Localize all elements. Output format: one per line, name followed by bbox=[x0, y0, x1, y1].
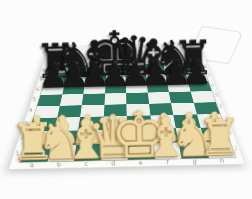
square-e4 bbox=[126, 104, 150, 117]
square-f5 bbox=[147, 92, 170, 104]
square-e7 bbox=[126, 73, 147, 83]
square-d2 bbox=[102, 129, 128, 144]
square-b2 bbox=[51, 130, 79, 145]
square-d1 bbox=[101, 144, 128, 161]
square-d6 bbox=[105, 83, 126, 94]
square-d3 bbox=[103, 116, 127, 130]
square-b7 bbox=[64, 74, 86, 84]
square-f7 bbox=[145, 72, 167, 82]
square-f3 bbox=[150, 115, 176, 129]
square-g5 bbox=[169, 91, 193, 103]
square-f4 bbox=[149, 103, 174, 116]
square-d7 bbox=[105, 73, 126, 83]
square-e5 bbox=[126, 92, 149, 104]
square-d4 bbox=[103, 104, 126, 117]
square-b5 bbox=[59, 94, 83, 106]
square-h3 bbox=[197, 114, 225, 128]
square-h4 bbox=[193, 102, 220, 114]
square-c6 bbox=[83, 83, 105, 94]
square-a1 bbox=[20, 145, 50, 162]
square-g3 bbox=[173, 114, 200, 128]
square-g4 bbox=[171, 103, 197, 116]
chess-set-photo: ♜♞♝♚♛♝♞♜♟♟♟♟♟♟♟♟♟♟♟♟♟♟♟♟♜♞♝♛♚♝♞♜aabbccdd… bbox=[0, 0, 252, 199]
board-scene: ♜♞♝♚♛♝♞♜♟♟♟♟♟♟♟♟♟♟♟♟♟♟♟♟♜♞♝♛♚♝♞♜aabbccdd… bbox=[0, 0, 252, 199]
square-b1 bbox=[47, 145, 76, 162]
square-e6 bbox=[126, 82, 148, 93]
square-a2 bbox=[25, 131, 54, 146]
board-mat bbox=[8, 43, 246, 170]
square-a5 bbox=[37, 94, 62, 106]
square-d5 bbox=[104, 93, 126, 105]
square-b4 bbox=[57, 105, 82, 118]
square-b3 bbox=[54, 117, 80, 131]
square-g6 bbox=[167, 81, 190, 92]
square-h6 bbox=[187, 81, 211, 92]
square-a3 bbox=[30, 118, 57, 132]
square-e3 bbox=[127, 116, 152, 130]
square-f6 bbox=[146, 82, 168, 93]
square-c7 bbox=[85, 74, 106, 84]
square-c2 bbox=[76, 130, 102, 145]
square-f1 bbox=[153, 143, 182, 160]
square-h1 bbox=[204, 141, 235, 157]
square-c5 bbox=[82, 93, 105, 105]
square-a4 bbox=[34, 106, 60, 119]
square-h2 bbox=[200, 127, 230, 142]
square-f2 bbox=[151, 128, 178, 143]
square-h7 bbox=[185, 72, 208, 82]
square-c3 bbox=[78, 117, 103, 131]
square-h5 bbox=[190, 91, 215, 102]
chess-board bbox=[20, 63, 235, 162]
square-a6 bbox=[41, 84, 65, 95]
square-g7 bbox=[165, 72, 187, 82]
square-b6 bbox=[62, 84, 85, 95]
square-c1 bbox=[74, 144, 102, 161]
square-a7 bbox=[44, 75, 67, 85]
square-e1 bbox=[127, 143, 154, 160]
square-e2 bbox=[127, 129, 153, 144]
square-c4 bbox=[80, 105, 104, 118]
